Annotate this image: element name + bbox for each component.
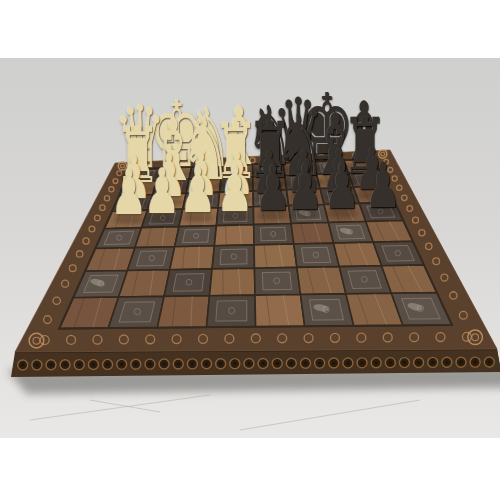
edge-ring-center	[21, 363, 24, 366]
edge-ring-center	[431, 361, 434, 364]
square-f2	[297, 267, 346, 295]
edge-ring-center	[35, 363, 38, 366]
edge-ring-center	[64, 363, 67, 366]
edge-ring-center	[78, 363, 81, 366]
square-e3	[254, 244, 297, 268]
square-f4	[291, 223, 333, 245]
square-d2	[210, 268, 256, 296]
square-e1	[255, 295, 305, 327]
square-g5	[324, 203, 366, 222]
square-b2	[119, 270, 170, 297]
chess-board	[0, 0, 500, 500]
square-c3	[170, 246, 215, 270]
square-g7	[317, 173, 354, 189]
square-b4	[135, 227, 179, 248]
edge-ring-center	[445, 361, 448, 364]
edge-ring-center	[205, 362, 208, 365]
edge-ring-center	[219, 362, 222, 365]
square-b7	[153, 179, 190, 194]
square-c2	[164, 269, 212, 297]
square-b1	[108, 296, 164, 328]
edge-ring-center	[459, 361, 462, 364]
edge-ring-center	[177, 362, 180, 365]
edge-ring-center	[92, 363, 95, 366]
square-f6	[287, 189, 325, 206]
square-c4	[175, 226, 217, 247]
square-f7	[285, 174, 320, 190]
edge-ring-center	[346, 361, 349, 364]
listing-photo: ♝♚♛♞♝♞♚♛♜♝♞♜♜♞♝♜♟♟♟♟♟♟♟♟♟♟♟♟♟♟♟♟	[0, 0, 500, 500]
edge-ring-center	[120, 363, 123, 366]
square-f3	[294, 243, 340, 267]
square-c1	[157, 296, 209, 328]
edge-ring-center	[134, 363, 137, 366]
square-e4	[254, 224, 294, 245]
edge-ring-center	[474, 361, 477, 364]
square-d7	[220, 177, 254, 192]
edge-ring-center	[389, 361, 392, 364]
square-f1	[301, 294, 354, 326]
square-e5	[253, 206, 291, 225]
edge-ring-center	[162, 362, 165, 365]
table-scratch	[30, 395, 210, 420]
square-c7	[186, 178, 221, 193]
edge-ring-center	[233, 362, 236, 365]
edge-ring-center	[290, 362, 293, 365]
edge-ring-center	[304, 362, 307, 365]
edge-ring-center	[191, 362, 194, 365]
square-d4	[214, 225, 254, 246]
edge-ring-center	[49, 363, 52, 366]
edge-ring-center	[148, 363, 151, 366]
edge-ring-center	[261, 362, 264, 365]
edge-ring-center	[403, 361, 406, 364]
edge-ring-center	[360, 361, 363, 364]
edge-ring-center	[106, 363, 109, 366]
edge-ring-center	[488, 360, 491, 363]
square-d6	[218, 191, 253, 208]
square-b3	[127, 247, 174, 271]
square-d1	[207, 295, 256, 327]
edge-ring-center	[318, 362, 321, 365]
table-scratch	[240, 400, 420, 430]
edge-ring-center	[332, 361, 335, 364]
edge-ring-center	[247, 362, 250, 365]
edge-ring-center	[375, 361, 378, 364]
square-e7	[253, 176, 287, 191]
square-d3	[212, 245, 254, 269]
square-f5	[289, 205, 329, 224]
square-d5	[216, 207, 253, 226]
square-c6	[183, 192, 220, 209]
edge-ring-center	[417, 361, 420, 364]
square-c5	[179, 208, 218, 227]
edge-ring-center	[276, 362, 279, 365]
square-g6	[320, 187, 359, 204]
square-e2	[255, 267, 301, 295]
square-b6	[147, 193, 186, 210]
square-b5	[142, 209, 183, 228]
square-e6	[253, 190, 289, 207]
